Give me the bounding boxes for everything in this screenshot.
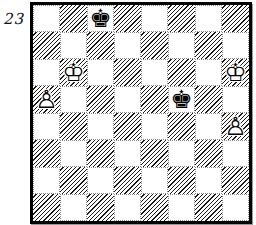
square-b5 [60,86,87,113]
black-king-f5: ♚ [169,87,194,112]
square-h8 [222,5,249,32]
chess-diagram-page: 23 ♚♚♚♔♚♔♟♙♚♚♟♙ [0,0,256,225]
square-e7 [141,32,168,59]
square-a3 [33,140,60,167]
square-d5 [114,86,141,113]
square-f3 [168,140,195,167]
white-king-h6: ♔ [222,59,249,86]
diagram-number: 23 [3,10,24,28]
white-pawn-halo: ♟ [222,113,249,140]
square-h1 [222,194,249,221]
square-d7 [114,32,141,59]
square-d3 [114,140,141,167]
square-f7 [168,32,195,59]
black-king-halo: ♚ [88,6,113,31]
square-e4 [141,113,168,140]
square-g2 [195,167,222,194]
square-c5 [87,86,114,113]
white-king-b6: ♔ [60,59,87,86]
square-c1 [87,194,114,221]
square-f5: ♚♚ [168,86,195,113]
white-king-halo: ♚ [222,59,249,86]
square-h2 [222,167,249,194]
square-h3 [222,140,249,167]
square-f8 [168,5,195,32]
square-f2 [168,167,195,194]
square-e2 [141,167,168,194]
square-h6: ♚♔ [222,59,249,86]
square-f4 [168,113,195,140]
square-c8: ♚♚ [87,5,114,32]
square-f6 [168,59,195,86]
square-c7 [87,32,114,59]
square-b1 [60,194,87,221]
square-b8 [60,5,87,32]
square-b6: ♚♔ [60,59,87,86]
square-g3 [195,140,222,167]
square-c3 [87,140,114,167]
square-d4 [114,113,141,140]
square-g5 [195,86,222,113]
square-g1 [195,194,222,221]
black-king-halo: ♚ [169,87,194,112]
square-e8 [141,5,168,32]
square-b2 [60,167,87,194]
square-g6 [195,59,222,86]
white-pawn-a5: ♙ [33,86,60,113]
black-king-c8: ♚ [88,6,113,31]
square-g8 [195,5,222,32]
white-pawn-h4: ♙ [222,113,249,140]
square-g4 [195,113,222,140]
square-e5 [141,86,168,113]
square-a7 [33,32,60,59]
square-e1 [141,194,168,221]
square-h5 [222,86,249,113]
square-g7 [195,32,222,59]
square-a5: ♟♙ [33,86,60,113]
square-e3 [141,140,168,167]
square-a4 [33,113,60,140]
square-b7 [60,32,87,59]
square-a2 [33,167,60,194]
square-h4: ♟♙ [222,113,249,140]
square-d6 [114,59,141,86]
square-f1 [168,194,195,221]
square-d8 [114,5,141,32]
chess-board: ♚♚♚♔♚♔♟♙♚♚♟♙ [30,2,252,224]
square-b4 [60,113,87,140]
square-c6 [87,59,114,86]
square-e6 [141,59,168,86]
square-d2 [114,167,141,194]
square-a6 [33,59,60,86]
square-c2 [87,167,114,194]
square-b3 [60,140,87,167]
square-c4 [87,113,114,140]
white-king-halo: ♚ [60,59,87,86]
square-a1 [33,194,60,221]
square-a8 [33,5,60,32]
square-h7 [222,32,249,59]
white-pawn-halo: ♟ [33,86,60,113]
square-d1 [114,194,141,221]
